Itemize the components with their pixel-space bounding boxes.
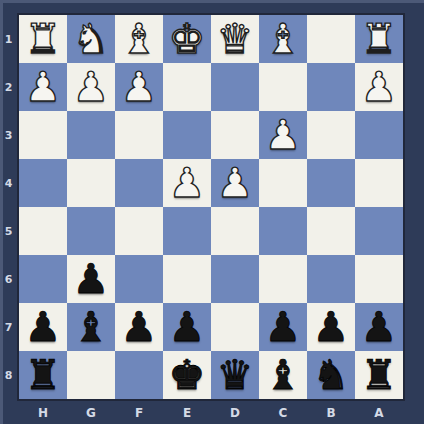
square-d5[interactable] — [211, 207, 259, 255]
square-d3[interactable] — [211, 111, 259, 159]
square-a2[interactable]: ♟ — [355, 63, 403, 111]
piece-white-king: ♚ — [169, 15, 206, 63]
piece-black-pawn: ♟ — [25, 303, 62, 351]
square-g2[interactable]: ♟ — [67, 63, 115, 111]
square-a4[interactable] — [355, 159, 403, 207]
square-g3[interactable] — [67, 111, 115, 159]
file-label: B — [307, 401, 355, 424]
chessboard: ♜♞♝♚♛♝♜♟♟♟♟♟♟♟♟♟♝♟♟♟♟♟♜♚♛♝♞♜ — [17, 13, 405, 401]
piece-white-rook: ♜ — [361, 15, 398, 63]
square-h8[interactable]: ♜ — [19, 351, 67, 399]
square-g4[interactable] — [67, 159, 115, 207]
square-f7[interactable]: ♟ — [115, 303, 163, 351]
piece-white-pawn: ♟ — [217, 159, 254, 207]
square-d4[interactable]: ♟ — [211, 159, 259, 207]
file-label: D — [211, 401, 259, 424]
square-e3[interactable] — [163, 111, 211, 159]
square-h6[interactable] — [19, 255, 67, 303]
square-a8[interactable]: ♜ — [355, 351, 403, 399]
piece-black-pawn: ♟ — [361, 303, 398, 351]
piece-black-pawn: ♟ — [169, 303, 206, 351]
rank-label: 3 — [0, 111, 17, 159]
piece-black-bishop: ♝ — [73, 303, 110, 351]
square-f5[interactable] — [115, 207, 163, 255]
square-g1[interactable]: ♞ — [67, 15, 115, 63]
rank-label: 7 — [0, 303, 17, 351]
square-a6[interactable] — [355, 255, 403, 303]
square-c3[interactable]: ♟ — [259, 111, 307, 159]
square-c2[interactable] — [259, 63, 307, 111]
square-f2[interactable]: ♟ — [115, 63, 163, 111]
piece-white-pawn: ♟ — [121, 63, 158, 111]
square-g6[interactable]: ♟ — [67, 255, 115, 303]
square-c5[interactable] — [259, 207, 307, 255]
square-b3[interactable] — [307, 111, 355, 159]
piece-black-pawn: ♟ — [121, 303, 158, 351]
square-a7[interactable]: ♟ — [355, 303, 403, 351]
square-b7[interactable]: ♟ — [307, 303, 355, 351]
square-c7[interactable]: ♟ — [259, 303, 307, 351]
square-g7[interactable]: ♝ — [67, 303, 115, 351]
square-d8[interactable]: ♛ — [211, 351, 259, 399]
piece-black-king: ♚ — [169, 351, 206, 399]
rank-label: 4 — [0, 159, 17, 207]
square-e4[interactable]: ♟ — [163, 159, 211, 207]
file-label: H — [19, 401, 67, 424]
file-label: E — [163, 401, 211, 424]
piece-white-pawn: ♟ — [361, 63, 398, 111]
square-h4[interactable] — [19, 159, 67, 207]
square-f4[interactable] — [115, 159, 163, 207]
square-a3[interactable] — [355, 111, 403, 159]
rank-labels: 12345678 — [0, 15, 17, 399]
piece-white-rook: ♜ — [25, 15, 62, 63]
square-b4[interactable] — [307, 159, 355, 207]
square-d6[interactable] — [211, 255, 259, 303]
piece-white-pawn: ♟ — [73, 63, 110, 111]
square-e6[interactable] — [163, 255, 211, 303]
piece-white-queen: ♛ — [217, 15, 254, 63]
piece-white-knight: ♞ — [73, 15, 110, 63]
square-a1[interactable]: ♜ — [355, 15, 403, 63]
file-labels: HGFEDCBA — [19, 401, 403, 424]
square-c6[interactable] — [259, 255, 307, 303]
square-h1[interactable]: ♜ — [19, 15, 67, 63]
file-label: C — [259, 401, 307, 424]
piece-black-pawn: ♟ — [73, 255, 110, 303]
square-d2[interactable] — [211, 63, 259, 111]
square-e8[interactable]: ♚ — [163, 351, 211, 399]
square-c1[interactable]: ♝ — [259, 15, 307, 63]
piece-white-pawn: ♟ — [25, 63, 62, 111]
square-e5[interactable] — [163, 207, 211, 255]
piece-white-pawn: ♟ — [169, 159, 206, 207]
square-b8[interactable]: ♞ — [307, 351, 355, 399]
square-a5[interactable] — [355, 207, 403, 255]
piece-white-pawn: ♟ — [265, 111, 302, 159]
file-label: G — [67, 401, 115, 424]
square-e2[interactable] — [163, 63, 211, 111]
square-e1[interactable]: ♚ — [163, 15, 211, 63]
square-f6[interactable] — [115, 255, 163, 303]
square-d1[interactable]: ♛ — [211, 15, 259, 63]
piece-black-bishop: ♝ — [265, 351, 302, 399]
rank-label: 8 — [0, 351, 17, 399]
piece-black-queen: ♛ — [217, 351, 254, 399]
piece-black-knight: ♞ — [313, 351, 350, 399]
square-f3[interactable] — [115, 111, 163, 159]
square-h3[interactable] — [19, 111, 67, 159]
piece-black-rook: ♜ — [361, 351, 398, 399]
piece-white-bishop: ♝ — [121, 15, 158, 63]
square-g5[interactable] — [67, 207, 115, 255]
rank-label: 2 — [0, 63, 17, 111]
board-frame: 12345678 ♜♞♝♚♛♝♜♟♟♟♟♟♟♟♟♟♝♟♟♟♟♟♜♚♛♝♞♜ HG… — [0, 0, 424, 424]
rank-label: 6 — [0, 255, 17, 303]
square-d7[interactable] — [211, 303, 259, 351]
square-h5[interactable] — [19, 207, 67, 255]
square-f1[interactable]: ♝ — [115, 15, 163, 63]
square-g8[interactable] — [67, 351, 115, 399]
file-label: F — [115, 401, 163, 424]
square-f8[interactable] — [115, 351, 163, 399]
square-h2[interactable]: ♟ — [19, 63, 67, 111]
square-b2[interactable] — [307, 63, 355, 111]
piece-black-pawn: ♟ — [313, 303, 350, 351]
rank-label: 5 — [0, 207, 17, 255]
file-label: A — [355, 401, 403, 424]
square-b5[interactable] — [307, 207, 355, 255]
piece-black-rook: ♜ — [25, 351, 62, 399]
square-c8[interactable]: ♝ — [259, 351, 307, 399]
square-e7[interactable]: ♟ — [163, 303, 211, 351]
piece-white-bishop: ♝ — [265, 15, 302, 63]
square-b1[interactable] — [307, 15, 355, 63]
piece-black-pawn: ♟ — [265, 303, 302, 351]
square-c4[interactable] — [259, 159, 307, 207]
square-h7[interactable]: ♟ — [19, 303, 67, 351]
square-b6[interactable] — [307, 255, 355, 303]
rank-label: 1 — [0, 15, 17, 63]
